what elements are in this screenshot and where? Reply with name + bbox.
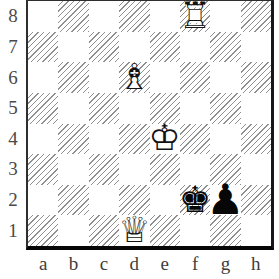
square-b5[interactable] <box>58 93 88 124</box>
square-d4[interactable] <box>119 124 149 155</box>
square-a7[interactable] <box>28 32 58 63</box>
file-label-c: c <box>89 250 119 277</box>
rank-label-8: 8 <box>0 1 26 32</box>
rank-label-4: 4 <box>0 124 26 155</box>
square-h5[interactable] <box>241 93 271 124</box>
square-f1[interactable] <box>180 215 210 246</box>
file-label-g: g <box>210 250 240 277</box>
square-b3[interactable] <box>58 154 88 185</box>
square-e7[interactable] <box>150 32 180 63</box>
black-pawn-icon: ♟ <box>207 179 245 221</box>
square-c3[interactable] <box>89 154 119 185</box>
square-b7[interactable] <box>58 32 88 63</box>
square-g8[interactable] <box>210 1 240 32</box>
square-d3[interactable] <box>119 154 149 185</box>
rank-label-6: 6 <box>0 62 26 93</box>
file-label-b: b <box>58 250 88 277</box>
file-label-a: a <box>28 250 58 277</box>
board: ♜♖♝♗♚♔♚♟♛♕ <box>26 0 274 250</box>
square-c8[interactable] <box>89 1 119 32</box>
square-f7[interactable] <box>180 32 210 63</box>
white-king-icon: ♔ <box>149 120 181 156</box>
file-label-h: h <box>241 250 271 277</box>
square-a5[interactable] <box>28 93 58 124</box>
square-h3[interactable] <box>241 154 271 185</box>
square-f4[interactable] <box>180 124 210 155</box>
rank-labels: 87654321 <box>0 1 26 246</box>
piece-white-king-e4[interactable]: ♚♔ <box>150 124 180 155</box>
rank-label-1: 1 <box>0 215 26 246</box>
square-f5[interactable] <box>180 93 210 124</box>
square-d6[interactable]: ♝♗ <box>119 62 149 93</box>
square-c6[interactable] <box>89 62 119 93</box>
square-e3[interactable] <box>150 154 180 185</box>
square-c2[interactable] <box>89 185 119 216</box>
square-f6[interactable] <box>180 62 210 93</box>
square-a1[interactable] <box>28 215 58 246</box>
piece-white-rook-f8[interactable]: ♜♖ <box>180 1 210 32</box>
square-d1[interactable]: ♛♕ <box>119 215 149 246</box>
rank-label-2: 2 <box>0 185 26 216</box>
square-g1[interactable] <box>210 215 240 246</box>
square-b2[interactable] <box>58 185 88 216</box>
square-g2[interactable]: ♟ <box>210 185 240 216</box>
square-a6[interactable] <box>28 62 58 93</box>
square-a2[interactable] <box>28 185 58 216</box>
square-e2[interactable] <box>150 185 180 216</box>
square-b8[interactable] <box>58 1 88 32</box>
square-g4[interactable] <box>210 124 240 155</box>
square-d8[interactable] <box>119 1 149 32</box>
file-label-d: d <box>119 250 149 277</box>
square-g6[interactable] <box>210 62 240 93</box>
square-h7[interactable] <box>241 32 271 63</box>
square-c1[interactable] <box>89 215 119 246</box>
square-b6[interactable] <box>58 62 88 93</box>
white-rook-icon: ♖ <box>179 0 211 34</box>
square-e6[interactable] <box>150 62 180 93</box>
square-a3[interactable] <box>28 154 58 185</box>
square-f8[interactable]: ♜♖ <box>180 1 210 32</box>
piece-white-queen-d1[interactable]: ♛♕ <box>119 215 149 246</box>
square-c5[interactable] <box>89 93 119 124</box>
square-h4[interactable] <box>241 124 271 155</box>
square-e8[interactable] <box>150 1 180 32</box>
square-c7[interactable] <box>89 32 119 63</box>
piece-black-pawn-g2[interactable]: ♟ <box>210 185 240 216</box>
square-h1[interactable] <box>241 215 271 246</box>
rank-label-3: 3 <box>0 154 26 185</box>
white-bishop-icon: ♗ <box>118 59 150 95</box>
file-label-e: e <box>150 250 180 277</box>
square-e1[interactable] <box>150 215 180 246</box>
square-g7[interactable] <box>210 32 240 63</box>
square-a8[interactable] <box>28 1 58 32</box>
square-a4[interactable] <box>28 124 58 155</box>
file-labels: abcdefgh <box>28 250 271 277</box>
square-g5[interactable] <box>210 93 240 124</box>
square-e4[interactable]: ♚♔ <box>150 124 180 155</box>
square-b4[interactable] <box>58 124 88 155</box>
square-b1[interactable] <box>58 215 88 246</box>
square-h6[interactable] <box>241 62 271 93</box>
rank-label-7: 7 <box>0 32 26 63</box>
rank-label-5: 5 <box>0 93 26 124</box>
piece-white-bishop-d6[interactable]: ♝♗ <box>119 62 149 93</box>
square-d5[interactable] <box>119 93 149 124</box>
square-h8[interactable] <box>241 1 271 32</box>
white-queen-icon: ♕ <box>118 212 150 248</box>
chess-diagram: 87654321 ♜♖♝♗♚♔♚♟♛♕ abcdefgh <box>0 0 279 279</box>
file-label-f: f <box>180 250 210 277</box>
square-c4[interactable] <box>89 124 119 155</box>
square-h2[interactable] <box>241 185 271 216</box>
